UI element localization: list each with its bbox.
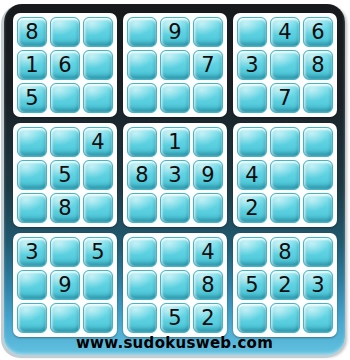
- sudoku-cell-r9c6[interactable]: 2: [193, 303, 223, 333]
- sudoku-cell-r4c4[interactable]: [127, 127, 157, 157]
- sudoku-cell-r7c6[interactable]: 4: [193, 237, 223, 267]
- sudoku-cell-r8c9[interactable]: 3: [303, 270, 333, 300]
- sudoku-box-5: 1839: [123, 123, 227, 227]
- sudoku-page: 8165974638745818394235948528523 www.sudo…: [0, 0, 350, 360]
- sudoku-cell-r5c1[interactable]: [17, 160, 47, 190]
- sudoku-cell-r9c2[interactable]: [50, 303, 80, 333]
- sudoku-cell-r4c7[interactable]: [237, 127, 267, 157]
- sudoku-cell-r1c2[interactable]: [50, 17, 80, 47]
- sudoku-cell-r2c1[interactable]: 1: [17, 50, 47, 80]
- sudoku-cell-r7c1[interactable]: 3: [17, 237, 47, 267]
- sudoku-box-9: 8523: [233, 233, 337, 337]
- sudoku-cell-r2c3[interactable]: [83, 50, 113, 80]
- sudoku-cell-r9c8[interactable]: [270, 303, 300, 333]
- sudoku-cell-r2c7[interactable]: 3: [237, 50, 267, 80]
- sudoku-cell-r2c9[interactable]: 8: [303, 50, 333, 80]
- sudoku-cell-r5c7[interactable]: 4: [237, 160, 267, 190]
- sudoku-cell-r8c1[interactable]: [17, 270, 47, 300]
- sudoku-cell-r3c3[interactable]: [83, 83, 113, 113]
- sudoku-cell-r5c4[interactable]: 8: [127, 160, 157, 190]
- sudoku-cell-r8c3[interactable]: [83, 270, 113, 300]
- sudoku-cell-r3c6[interactable]: [193, 83, 223, 113]
- sudoku-cell-r9c4[interactable]: [127, 303, 157, 333]
- sudoku-cell-r1c9[interactable]: 6: [303, 17, 333, 47]
- sudoku-cell-r1c1[interactable]: 8: [17, 17, 47, 47]
- sudoku-cell-r6c7[interactable]: 2: [237, 193, 267, 223]
- sudoku-cell-r1c4[interactable]: [127, 17, 157, 47]
- sudoku-cell-r5c9[interactable]: [303, 160, 333, 190]
- sudoku-cell-r9c1[interactable]: [17, 303, 47, 333]
- sudoku-cell-r7c7[interactable]: [237, 237, 267, 267]
- sudoku-cell-r6c3[interactable]: [83, 193, 113, 223]
- sudoku-cell-r4c8[interactable]: [270, 127, 300, 157]
- sudoku-cell-r2c5[interactable]: [160, 50, 190, 80]
- sudoku-cell-r2c8[interactable]: [270, 50, 300, 80]
- sudoku-cell-r4c2[interactable]: [50, 127, 80, 157]
- sudoku-cell-r7c9[interactable]: [303, 237, 333, 267]
- sudoku-box-3: 46387: [233, 13, 337, 117]
- sudoku-cell-r4c1[interactable]: [17, 127, 47, 157]
- sudoku-cell-r5c8[interactable]: [270, 160, 300, 190]
- sudoku-cell-r6c6[interactable]: [193, 193, 223, 223]
- sudoku-cell-r9c5[interactable]: 5: [160, 303, 190, 333]
- sudoku-cell-r9c7[interactable]: [237, 303, 267, 333]
- sudoku-cell-r7c5[interactable]: [160, 237, 190, 267]
- sudoku-cell-r1c7[interactable]: [237, 17, 267, 47]
- sudoku-cell-r3c7[interactable]: [237, 83, 267, 113]
- sudoku-cell-r2c4[interactable]: [127, 50, 157, 80]
- sudoku-cell-r5c3[interactable]: [83, 160, 113, 190]
- sudoku-cell-r2c2[interactable]: 6: [50, 50, 80, 80]
- sudoku-box-2: 97: [123, 13, 227, 117]
- sudoku-cell-r6c4[interactable]: [127, 193, 157, 223]
- sudoku-cell-r7c2[interactable]: [50, 237, 80, 267]
- sudoku-cell-r8c5[interactable]: [160, 270, 190, 300]
- sudoku-cell-r1c8[interactable]: 4: [270, 17, 300, 47]
- sudoku-box-7: 359: [13, 233, 117, 337]
- sudoku-cell-r3c8[interactable]: 7: [270, 83, 300, 113]
- sudoku-cell-r2c6[interactable]: 7: [193, 50, 223, 80]
- sudoku-cell-r5c6[interactable]: 9: [193, 160, 223, 190]
- sudoku-cell-r4c9[interactable]: [303, 127, 333, 157]
- sudoku-cell-r7c4[interactable]: [127, 237, 157, 267]
- sudoku-cell-r5c2[interactable]: 5: [50, 160, 80, 190]
- sudoku-cell-r5c5[interactable]: 3: [160, 160, 190, 190]
- sudoku-cell-r3c4[interactable]: [127, 83, 157, 113]
- sudoku-box-4: 458: [13, 123, 117, 227]
- sudoku-cell-r8c2[interactable]: 9: [50, 270, 80, 300]
- sudoku-box-1: 8165: [13, 13, 117, 117]
- sudoku-cell-r6c2[interactable]: 8: [50, 193, 80, 223]
- sudoku-cell-r9c9[interactable]: [303, 303, 333, 333]
- sudoku-box-8: 4852: [123, 233, 227, 337]
- sudoku-cell-r7c3[interactable]: 5: [83, 237, 113, 267]
- sudoku-cell-r3c2[interactable]: [50, 83, 80, 113]
- site-url-label: www.sudokusweb.com: [4, 334, 345, 352]
- sudoku-cell-r9c3[interactable]: [83, 303, 113, 333]
- sudoku-cell-r3c9[interactable]: [303, 83, 333, 113]
- sudoku-cell-r8c7[interactable]: 5: [237, 270, 267, 300]
- sudoku-cell-r3c5[interactable]: [160, 83, 190, 113]
- sudoku-board-frame: 8165974638745818394235948528523 www.sudo…: [4, 4, 345, 355]
- sudoku-cell-r7c8[interactable]: 8: [270, 237, 300, 267]
- sudoku-cell-r4c5[interactable]: 1: [160, 127, 190, 157]
- sudoku-cell-r3c1[interactable]: 5: [17, 83, 47, 113]
- sudoku-cell-r8c4[interactable]: [127, 270, 157, 300]
- sudoku-grid: 8165974638745818394235948528523: [13, 13, 337, 337]
- sudoku-cell-r4c6[interactable]: [193, 127, 223, 157]
- sudoku-cell-r6c9[interactable]: [303, 193, 333, 223]
- sudoku-cell-r6c8[interactable]: [270, 193, 300, 223]
- sudoku-box-6: 42: [233, 123, 337, 227]
- sudoku-cell-r6c5[interactable]: [160, 193, 190, 223]
- sudoku-cell-r6c1[interactable]: [17, 193, 47, 223]
- sudoku-cell-r1c3[interactable]: [83, 17, 113, 47]
- sudoku-cell-r1c6[interactable]: [193, 17, 223, 47]
- sudoku-cell-r8c6[interactable]: 8: [193, 270, 223, 300]
- sudoku-cell-r4c3[interactable]: 4: [83, 127, 113, 157]
- sudoku-cell-r1c5[interactable]: 9: [160, 17, 190, 47]
- sudoku-cell-r8c8[interactable]: 2: [270, 270, 300, 300]
